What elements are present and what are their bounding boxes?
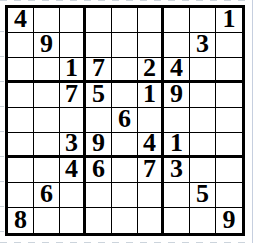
cell-r8c2[interactable]: 6: [34, 183, 60, 208]
cell-r5c9[interactable]: [216, 108, 242, 133]
sudoku-board: 4193172475196394146736589: [5, 5, 245, 236]
given-digit: 3: [65, 130, 78, 156]
spreadsheet-gridline-top: [0, 0, 253, 1]
cell-r6c5[interactable]: [112, 133, 138, 158]
cell-r4c7[interactable]: 9: [164, 83, 190, 108]
cell-r8c7[interactable]: [164, 183, 190, 208]
given-digit: 6: [92, 156, 105, 182]
given-digit: 8: [14, 207, 27, 233]
given-digit: 4: [143, 130, 156, 156]
cell-r1c6[interactable]: [138, 8, 164, 33]
cell-r2c5[interactable]: [112, 33, 138, 58]
cell-r3c9[interactable]: [216, 58, 242, 83]
cell-r4c4[interactable]: 5: [86, 83, 112, 108]
given-digit: 7: [92, 55, 105, 81]
cell-r7c5[interactable]: [112, 158, 138, 183]
given-digit: 6: [40, 181, 53, 207]
cell-r4c6[interactable]: 1: [138, 83, 164, 108]
cell-r8c8[interactable]: 5: [190, 183, 216, 208]
sudoku-page: 4193172475196394146736589: [0, 0, 253, 243]
cell-r5c2[interactable]: [34, 108, 60, 133]
cell-r8c4[interactable]: [86, 183, 112, 208]
cell-r2c2[interactable]: 9: [34, 33, 60, 58]
given-digit: 3: [170, 156, 183, 182]
cell-r2c8[interactable]: 3: [190, 33, 216, 58]
given-digit: 1: [143, 81, 156, 107]
given-digit: 9: [92, 130, 105, 156]
given-digit: 5: [92, 81, 105, 107]
cell-r6c2[interactable]: [34, 133, 60, 158]
cell-r8c3[interactable]: [60, 183, 86, 208]
cell-r9c7[interactable]: [164, 208, 190, 233]
spreadsheet-gridline-left-ticks: [0, 7, 4, 235]
given-digit: 6: [118, 106, 131, 132]
cell-r1c1[interactable]: 4: [8, 8, 34, 33]
given-digit: 4: [14, 6, 27, 32]
given-digit: 5: [196, 181, 209, 207]
cell-r9c5[interactable]: [112, 208, 138, 233]
cell-r1c5[interactable]: [112, 8, 138, 33]
cell-r3c5[interactable]: [112, 58, 138, 83]
given-digit: 1: [65, 55, 78, 81]
cell-r8c5[interactable]: [112, 183, 138, 208]
cell-r9c4[interactable]: [86, 208, 112, 233]
cell-r9c9[interactable]: 9: [216, 208, 242, 233]
cell-r7c3[interactable]: 4: [60, 158, 86, 183]
cell-r7c4[interactable]: 6: [86, 158, 112, 183]
cell-r1c3[interactable]: [60, 8, 86, 33]
cell-r6c8[interactable]: [190, 133, 216, 158]
cell-r9c8[interactable]: [190, 208, 216, 233]
cell-r1c7[interactable]: [164, 8, 190, 33]
given-digit: 9: [170, 81, 183, 107]
cell-r4c8[interactable]: [190, 83, 216, 108]
cell-r3c8[interactable]: [190, 58, 216, 83]
cell-r4c2[interactable]: [34, 83, 60, 108]
given-digit: 4: [170, 55, 183, 81]
given-digit: 7: [143, 156, 156, 182]
given-digit: 3: [196, 31, 209, 57]
cell-r6c1[interactable]: [8, 133, 34, 158]
cell-r2c1[interactable]: [8, 33, 34, 58]
cell-r4c3[interactable]: 7: [60, 83, 86, 108]
cell-r2c9[interactable]: [216, 33, 242, 58]
cell-r9c3[interactable]: [60, 208, 86, 233]
cell-r7c6[interactable]: 7: [138, 158, 164, 183]
cell-r5c5[interactable]: 6: [112, 108, 138, 133]
given-digit: 7: [65, 81, 78, 107]
cell-r1c4[interactable]: [86, 8, 112, 33]
cell-r9c1[interactable]: 8: [8, 208, 34, 233]
spreadsheet-gridline-right: [252, 0, 253, 243]
given-digit: 1: [223, 6, 236, 32]
given-digit: 4: [65, 156, 78, 182]
cell-r5c1[interactable]: [8, 108, 34, 133]
cell-r3c2[interactable]: [34, 58, 60, 83]
cell-r8c6[interactable]: [138, 183, 164, 208]
given-digit: 9: [40, 31, 53, 57]
cell-r4c9[interactable]: [216, 83, 242, 108]
given-digit: 2: [143, 55, 156, 81]
cell-r7c1[interactable]: [8, 158, 34, 183]
cell-r4c1[interactable]: [8, 83, 34, 108]
cell-r7c7[interactable]: 3: [164, 158, 190, 183]
given-digit: 9: [223, 207, 236, 233]
cell-r3c1[interactable]: [8, 58, 34, 83]
given-digit: 1: [170, 130, 183, 156]
cell-r1c9[interactable]: 1: [216, 8, 242, 33]
cell-r6c9[interactable]: [216, 133, 242, 158]
cell-r7c9[interactable]: [216, 158, 242, 183]
cell-r9c2[interactable]: [34, 208, 60, 233]
cell-r9c6[interactable]: [138, 208, 164, 233]
cell-r5c8[interactable]: [190, 108, 216, 133]
